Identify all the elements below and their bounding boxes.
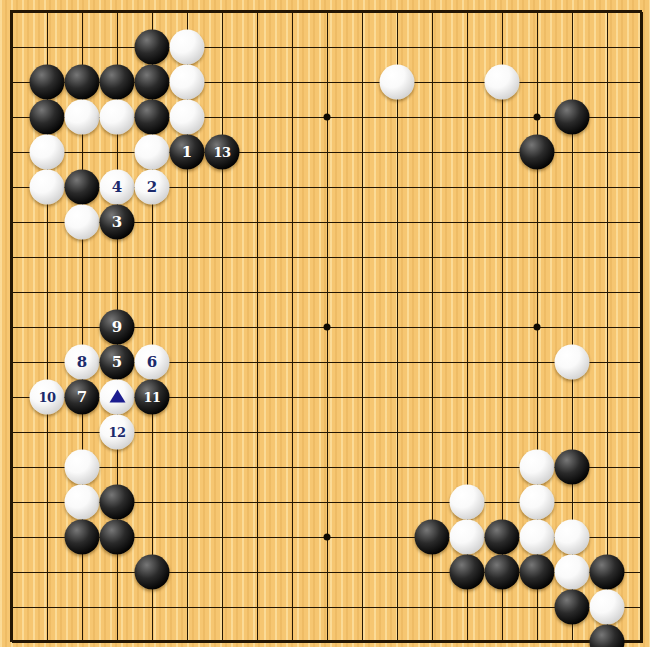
intersection-B3[interactable] (30, 555, 65, 590)
intersection-F7[interactable] (170, 415, 205, 450)
intersection-T11[interactable] (625, 275, 650, 310)
intersection-S14[interactable] (590, 170, 625, 205)
intersection-J3[interactable] (275, 555, 310, 590)
intersection-P14[interactable] (485, 170, 520, 205)
intersection-L6[interactable] (345, 450, 380, 485)
intersection-C7[interactable] (65, 415, 100, 450)
intersection-K12[interactable] (310, 240, 345, 275)
intersection-N3[interactable] (415, 555, 450, 590)
intersection-L12[interactable] (345, 240, 380, 275)
intersection-K17[interactable] (310, 65, 345, 100)
intersection-E1[interactable] (135, 625, 170, 647)
intersection-K13[interactable] (310, 205, 345, 240)
intersection-K14[interactable] (310, 170, 345, 205)
intersection-N18[interactable] (415, 30, 450, 65)
intersection-A12[interactable] (0, 240, 30, 275)
intersection-B4[interactable] (30, 520, 65, 555)
intersection-C10[interactable] (65, 310, 100, 345)
intersection-G4[interactable] (205, 520, 240, 555)
intersection-M2[interactable] (380, 590, 415, 625)
intersection-S5[interactable] (590, 485, 625, 520)
intersection-P2[interactable] (485, 590, 520, 625)
intersection-M10[interactable] (380, 310, 415, 345)
intersection-M9[interactable] (380, 345, 415, 380)
intersection-C1[interactable] (65, 625, 100, 647)
intersection-G16[interactable] (205, 100, 240, 135)
intersection-P5[interactable] (485, 485, 520, 520)
intersection-M1[interactable] (380, 625, 415, 647)
intersection-T19[interactable] (625, 0, 650, 30)
intersection-H9[interactable] (240, 345, 275, 380)
intersection-E12[interactable] (135, 240, 170, 275)
intersection-T6[interactable] (625, 450, 650, 485)
intersection-S7[interactable] (590, 415, 625, 450)
intersection-Q14[interactable] (520, 170, 555, 205)
intersection-N12[interactable] (415, 240, 450, 275)
intersection-E11[interactable] (135, 275, 170, 310)
intersection-K6[interactable] (310, 450, 345, 485)
intersection-T4[interactable] (625, 520, 650, 555)
intersection-J14[interactable] (275, 170, 310, 205)
intersection-A11[interactable] (0, 275, 30, 310)
intersection-F14[interactable] (170, 170, 205, 205)
intersection-S4[interactable] (590, 520, 625, 555)
intersection-G8[interactable] (205, 380, 240, 415)
intersection-L3[interactable] (345, 555, 380, 590)
intersection-M12[interactable] (380, 240, 415, 275)
intersection-H2[interactable] (240, 590, 275, 625)
intersection-L15[interactable] (345, 135, 380, 170)
intersection-S11[interactable] (590, 275, 625, 310)
intersection-Q8[interactable] (520, 380, 555, 415)
intersection-R19[interactable] (555, 0, 590, 30)
intersection-K19[interactable] (310, 0, 345, 30)
intersection-G2[interactable] (205, 590, 240, 625)
intersection-F10[interactable] (170, 310, 205, 345)
intersection-A15[interactable] (0, 135, 30, 170)
intersection-L8[interactable] (345, 380, 380, 415)
intersection-O18[interactable] (450, 30, 485, 65)
intersection-J8[interactable] (275, 380, 310, 415)
intersection-M13[interactable] (380, 205, 415, 240)
intersection-L10[interactable] (345, 310, 380, 345)
intersection-N16[interactable] (415, 100, 450, 135)
intersection-L17[interactable] (345, 65, 380, 100)
intersection-H8[interactable] (240, 380, 275, 415)
intersection-J6[interactable] (275, 450, 310, 485)
intersection-O15[interactable] (450, 135, 485, 170)
intersection-B9[interactable] (30, 345, 65, 380)
intersection-L1[interactable] (345, 625, 380, 647)
intersection-B1[interactable] (30, 625, 65, 647)
intersection-H17[interactable] (240, 65, 275, 100)
intersection-S18[interactable] (590, 30, 625, 65)
intersection-L7[interactable] (345, 415, 380, 450)
intersection-R12[interactable] (555, 240, 590, 275)
intersection-O12[interactable] (450, 240, 485, 275)
intersection-M4[interactable] (380, 520, 415, 555)
intersection-G6[interactable] (205, 450, 240, 485)
intersection-K16[interactable] (310, 100, 345, 135)
intersection-G5[interactable] (205, 485, 240, 520)
intersection-S16[interactable] (590, 100, 625, 135)
intersection-P18[interactable] (485, 30, 520, 65)
intersection-C12[interactable] (65, 240, 100, 275)
intersection-H6[interactable] (240, 450, 275, 485)
intersection-D3[interactable] (100, 555, 135, 590)
intersection-R17[interactable] (555, 65, 590, 100)
intersection-H7[interactable] (240, 415, 275, 450)
intersection-K10[interactable] (310, 310, 345, 345)
intersection-A2[interactable] (0, 590, 30, 625)
intersection-H14[interactable] (240, 170, 275, 205)
intersection-B19[interactable] (30, 0, 65, 30)
intersection-M16[interactable] (380, 100, 415, 135)
intersection-C3[interactable] (65, 555, 100, 590)
intersection-C2[interactable] (65, 590, 100, 625)
intersection-A10[interactable] (0, 310, 30, 345)
intersection-D2[interactable] (100, 590, 135, 625)
intersection-M5[interactable] (380, 485, 415, 520)
intersection-K1[interactable] (310, 625, 345, 647)
intersection-H1[interactable] (240, 625, 275, 647)
intersection-O13[interactable] (450, 205, 485, 240)
intersection-B13[interactable] (30, 205, 65, 240)
intersection-A18[interactable] (0, 30, 30, 65)
intersection-K15[interactable] (310, 135, 345, 170)
intersection-R15[interactable] (555, 135, 590, 170)
intersection-F8[interactable] (170, 380, 205, 415)
intersection-B5[interactable] (30, 485, 65, 520)
intersection-Q2[interactable] (520, 590, 555, 625)
intersection-K11[interactable] (310, 275, 345, 310)
intersection-Q18[interactable] (520, 30, 555, 65)
intersection-L18[interactable] (345, 30, 380, 65)
intersection-T8[interactable] (625, 380, 650, 415)
intersection-J17[interactable] (275, 65, 310, 100)
intersection-O9[interactable] (450, 345, 485, 380)
intersection-Q13[interactable] (520, 205, 555, 240)
intersection-A8[interactable] (0, 380, 30, 415)
intersection-F4[interactable] (170, 520, 205, 555)
intersection-R14[interactable] (555, 170, 590, 205)
intersection-D11[interactable] (100, 275, 135, 310)
intersection-N2[interactable] (415, 590, 450, 625)
intersection-R5[interactable] (555, 485, 590, 520)
intersection-H5[interactable] (240, 485, 275, 520)
intersection-D6[interactable] (100, 450, 135, 485)
intersection-J7[interactable] (275, 415, 310, 450)
intersection-C15[interactable] (65, 135, 100, 170)
intersection-N13[interactable] (415, 205, 450, 240)
intersection-R1[interactable] (555, 625, 590, 647)
intersection-Q17[interactable] (520, 65, 555, 100)
intersection-L5[interactable] (345, 485, 380, 520)
intersection-A13[interactable] (0, 205, 30, 240)
intersection-S19[interactable] (590, 0, 625, 30)
intersection-S9[interactable] (590, 345, 625, 380)
intersection-J16[interactable] (275, 100, 310, 135)
intersection-O6[interactable] (450, 450, 485, 485)
intersection-R13[interactable] (555, 205, 590, 240)
intersection-E5[interactable] (135, 485, 170, 520)
intersection-F6[interactable] (170, 450, 205, 485)
intersection-A9[interactable] (0, 345, 30, 380)
intersection-P1[interactable] (485, 625, 520, 647)
intersection-G3[interactable] (205, 555, 240, 590)
intersection-M7[interactable] (380, 415, 415, 450)
intersection-A19[interactable] (0, 0, 30, 30)
intersection-T1[interactable] (625, 625, 650, 647)
intersection-T12[interactable] (625, 240, 650, 275)
intersection-P15[interactable] (485, 135, 520, 170)
intersection-G10[interactable] (205, 310, 240, 345)
intersection-J18[interactable] (275, 30, 310, 65)
intersection-M15[interactable] (380, 135, 415, 170)
intersection-O14[interactable] (450, 170, 485, 205)
intersection-P12[interactable] (485, 240, 520, 275)
intersection-G12[interactable] (205, 240, 240, 275)
intersection-R11[interactable] (555, 275, 590, 310)
intersection-H4[interactable] (240, 520, 275, 555)
intersection-N11[interactable] (415, 275, 450, 310)
intersection-H11[interactable] (240, 275, 275, 310)
intersection-G18[interactable] (205, 30, 240, 65)
intersection-Q7[interactable] (520, 415, 555, 450)
intersection-N6[interactable] (415, 450, 450, 485)
intersection-K8[interactable] (310, 380, 345, 415)
intersection-A3[interactable] (0, 555, 30, 590)
intersection-T14[interactable] (625, 170, 650, 205)
intersection-H19[interactable] (240, 0, 275, 30)
intersection-C11[interactable] (65, 275, 100, 310)
intersection-J19[interactable] (275, 0, 310, 30)
intersection-T13[interactable] (625, 205, 650, 240)
intersection-L4[interactable] (345, 520, 380, 555)
intersection-N8[interactable] (415, 380, 450, 415)
intersection-P6[interactable] (485, 450, 520, 485)
intersection-J12[interactable] (275, 240, 310, 275)
intersection-O1[interactable] (450, 625, 485, 647)
intersection-M18[interactable] (380, 30, 415, 65)
intersection-R18[interactable] (555, 30, 590, 65)
intersection-G1[interactable] (205, 625, 240, 647)
intersection-Q19[interactable] (520, 0, 555, 30)
intersection-K3[interactable] (310, 555, 345, 590)
intersection-N19[interactable] (415, 0, 450, 30)
intersection-F5[interactable] (170, 485, 205, 520)
intersection-A6[interactable] (0, 450, 30, 485)
intersection-K7[interactable] (310, 415, 345, 450)
intersection-M6[interactable] (380, 450, 415, 485)
intersection-T10[interactable] (625, 310, 650, 345)
intersection-L9[interactable] (345, 345, 380, 380)
intersection-H10[interactable] (240, 310, 275, 345)
intersection-B6[interactable] (30, 450, 65, 485)
intersection-G13[interactable] (205, 205, 240, 240)
intersection-P10[interactable] (485, 310, 520, 345)
intersection-S6[interactable] (590, 450, 625, 485)
intersection-K5[interactable] (310, 485, 345, 520)
intersection-A7[interactable] (0, 415, 30, 450)
intersection-E10[interactable] (135, 310, 170, 345)
intersection-H16[interactable] (240, 100, 275, 135)
intersection-Q9[interactable] (520, 345, 555, 380)
intersection-J2[interactable] (275, 590, 310, 625)
intersection-B18[interactable] (30, 30, 65, 65)
intersection-P11[interactable] (485, 275, 520, 310)
intersection-F3[interactable] (170, 555, 205, 590)
intersection-M8[interactable] (380, 380, 415, 415)
intersection-P9[interactable] (485, 345, 520, 380)
intersection-E6[interactable] (135, 450, 170, 485)
intersection-F9[interactable] (170, 345, 205, 380)
intersection-J11[interactable] (275, 275, 310, 310)
intersection-F19[interactable] (170, 0, 205, 30)
intersection-J15[interactable] (275, 135, 310, 170)
intersection-P7[interactable] (485, 415, 520, 450)
intersection-T7[interactable] (625, 415, 650, 450)
intersection-O19[interactable] (450, 0, 485, 30)
intersection-J5[interactable] (275, 485, 310, 520)
intersection-Q12[interactable] (520, 240, 555, 275)
intersection-O2[interactable] (450, 590, 485, 625)
intersection-E13[interactable] (135, 205, 170, 240)
intersection-T5[interactable] (625, 485, 650, 520)
intersection-A16[interactable] (0, 100, 30, 135)
intersection-T3[interactable] (625, 555, 650, 590)
intersection-S13[interactable] (590, 205, 625, 240)
intersection-N10[interactable] (415, 310, 450, 345)
intersection-S17[interactable] (590, 65, 625, 100)
intersection-M19[interactable] (380, 0, 415, 30)
intersection-L14[interactable] (345, 170, 380, 205)
intersection-K9[interactable] (310, 345, 345, 380)
intersection-Q11[interactable] (520, 275, 555, 310)
intersection-O11[interactable] (450, 275, 485, 310)
intersection-E2[interactable] (135, 590, 170, 625)
intersection-T16[interactable] (625, 100, 650, 135)
intersection-E19[interactable] (135, 0, 170, 30)
intersection-N14[interactable] (415, 170, 450, 205)
intersection-M3[interactable] (380, 555, 415, 590)
intersection-N17[interactable] (415, 65, 450, 100)
intersection-Q16[interactable] (520, 100, 555, 135)
intersection-G9[interactable] (205, 345, 240, 380)
intersection-L16[interactable] (345, 100, 380, 135)
intersection-H15[interactable] (240, 135, 275, 170)
intersection-C18[interactable] (65, 30, 100, 65)
intersection-E4[interactable] (135, 520, 170, 555)
intersection-B10[interactable] (30, 310, 65, 345)
intersection-Q10[interactable] (520, 310, 555, 345)
intersection-E7[interactable] (135, 415, 170, 450)
intersection-D19[interactable] (100, 0, 135, 30)
intersection-N9[interactable] (415, 345, 450, 380)
intersection-N7[interactable] (415, 415, 450, 450)
intersection-D18[interactable] (100, 30, 135, 65)
intersection-F13[interactable] (170, 205, 205, 240)
intersection-H12[interactable] (240, 240, 275, 275)
intersection-F1[interactable] (170, 625, 205, 647)
intersection-J9[interactable] (275, 345, 310, 380)
intersection-G14[interactable] (205, 170, 240, 205)
intersection-J1[interactable] (275, 625, 310, 647)
intersection-H3[interactable] (240, 555, 275, 590)
intersection-P19[interactable] (485, 0, 520, 30)
intersection-J13[interactable] (275, 205, 310, 240)
intersection-H18[interactable] (240, 30, 275, 65)
intersection-C19[interactable] (65, 0, 100, 30)
intersection-K4[interactable] (310, 520, 345, 555)
intersection-R10[interactable] (555, 310, 590, 345)
intersection-D1[interactable] (100, 625, 135, 647)
intersection-A1[interactable] (0, 625, 30, 647)
intersection-L11[interactable] (345, 275, 380, 310)
intersection-T18[interactable] (625, 30, 650, 65)
intersection-S8[interactable] (590, 380, 625, 415)
intersection-P16[interactable] (485, 100, 520, 135)
intersection-B2[interactable] (30, 590, 65, 625)
intersection-J4[interactable] (275, 520, 310, 555)
intersection-T15[interactable] (625, 135, 650, 170)
intersection-F2[interactable] (170, 590, 205, 625)
intersection-T17[interactable] (625, 65, 650, 100)
intersection-F11[interactable] (170, 275, 205, 310)
intersection-O17[interactable] (450, 65, 485, 100)
intersection-T9[interactable] (625, 345, 650, 380)
intersection-A14[interactable] (0, 170, 30, 205)
intersection-L13[interactable] (345, 205, 380, 240)
intersection-L19[interactable] (345, 0, 380, 30)
intersection-D15[interactable] (100, 135, 135, 170)
intersection-D12[interactable] (100, 240, 135, 275)
intersection-J10[interactable] (275, 310, 310, 345)
intersection-O7[interactable] (450, 415, 485, 450)
intersection-N1[interactable] (415, 625, 450, 647)
intersection-Q1[interactable] (520, 625, 555, 647)
intersection-S12[interactable] (590, 240, 625, 275)
intersection-R8[interactable] (555, 380, 590, 415)
intersection-P8[interactable] (485, 380, 520, 415)
intersection-G11[interactable] (205, 275, 240, 310)
intersection-G7[interactable] (205, 415, 240, 450)
intersection-O10[interactable] (450, 310, 485, 345)
intersection-K18[interactable] (310, 30, 345, 65)
intersection-G17[interactable] (205, 65, 240, 100)
intersection-B11[interactable] (30, 275, 65, 310)
intersection-S10[interactable] (590, 310, 625, 345)
intersection-M14[interactable] (380, 170, 415, 205)
intersection-H13[interactable] (240, 205, 275, 240)
intersection-A4[interactable] (0, 520, 30, 555)
intersection-F12[interactable] (170, 240, 205, 275)
intersection-B12[interactable] (30, 240, 65, 275)
intersection-O16[interactable] (450, 100, 485, 135)
intersection-R7[interactable] (555, 415, 590, 450)
intersection-B7[interactable] (30, 415, 65, 450)
intersection-N15[interactable] (415, 135, 450, 170)
intersection-O8[interactable] (450, 380, 485, 415)
intersection-K2[interactable] (310, 590, 345, 625)
intersection-S15[interactable] (590, 135, 625, 170)
intersection-A17[interactable] (0, 65, 30, 100)
intersection-N5[interactable] (415, 485, 450, 520)
intersection-T2[interactable] (625, 590, 650, 625)
intersection-A5[interactable] (0, 485, 30, 520)
intersection-P13[interactable] (485, 205, 520, 240)
intersection-L2[interactable] (345, 590, 380, 625)
